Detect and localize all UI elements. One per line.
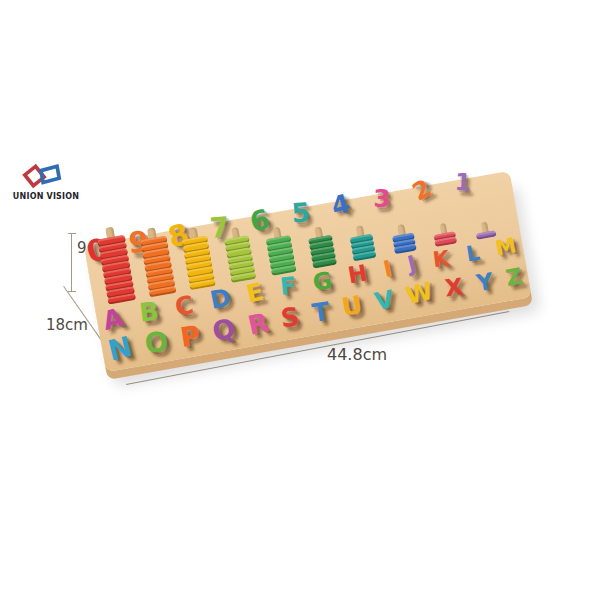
- brand-name: UNION VISION: [8, 192, 84, 201]
- letter-piece-R: R: [245, 309, 271, 341]
- letter-piece-Y: Y: [474, 270, 495, 300]
- letter-piece-S: S: [280, 304, 301, 334]
- dimension-tick: [68, 233, 76, 234]
- depth-dimension-label: 18cm: [46, 316, 88, 334]
- letter-piece-F: F: [279, 274, 298, 302]
- letter-piece-I: I: [381, 257, 395, 284]
- letter-piece-M: M: [494, 235, 519, 264]
- letter-piece-Q: Q: [211, 315, 239, 347]
- dimension-tick: [68, 291, 76, 292]
- letter-piece-C: C: [174, 292, 196, 321]
- ring-stack-1: [95, 225, 136, 305]
- letter-piece-K: K: [432, 247, 452, 275]
- ring-stack-3: [180, 226, 217, 291]
- height-dimension-line: [71, 233, 72, 292]
- ring-stack-8: [390, 223, 417, 254]
- letter-piece-E: E: [244, 279, 266, 308]
- letter-piece-G: G: [311, 268, 334, 296]
- letter-piece-U: U: [340, 293, 365, 324]
- width-dimension-label: 44.8cm: [327, 345, 387, 364]
- letter-piece-A: A: [100, 304, 126, 334]
- letter-piece-B: B: [138, 299, 161, 327]
- ring-stack-2: [138, 225, 177, 297]
- ring-stack-9: [432, 221, 457, 246]
- brand-logo: UNION VISION: [8, 162, 88, 210]
- letter-piece-O: O: [143, 328, 170, 359]
- letter-piece-P: P: [179, 322, 203, 353]
- ring-stack-6: [306, 225, 337, 269]
- toy-board: 0987654321 ABCDEFGHIJKLM NOPQRSTUVWXYZ: [84, 171, 532, 372]
- letter-piece-V: V: [372, 287, 396, 318]
- ring-stack-7: [348, 224, 377, 262]
- letter-piece-J: J: [406, 253, 420, 280]
- ring-stack-5: [264, 225, 297, 276]
- letter-piece-H: H: [346, 261, 369, 290]
- letter-piece-L: L: [465, 242, 482, 270]
- union-vision-logo-icon: [22, 162, 62, 190]
- letter-piece-T: T: [311, 299, 332, 329]
- ring-stack-4: [222, 226, 257, 284]
- product-photo: UNION VISION 9cm 18cm 44.8cm 0987654321 …: [0, 0, 600, 600]
- letter-piece-X: X: [444, 275, 465, 305]
- letter-piece-W: W: [404, 280, 436, 314]
- letter-piece-N: N: [105, 333, 135, 366]
- letter-piece-D: D: [208, 285, 233, 314]
